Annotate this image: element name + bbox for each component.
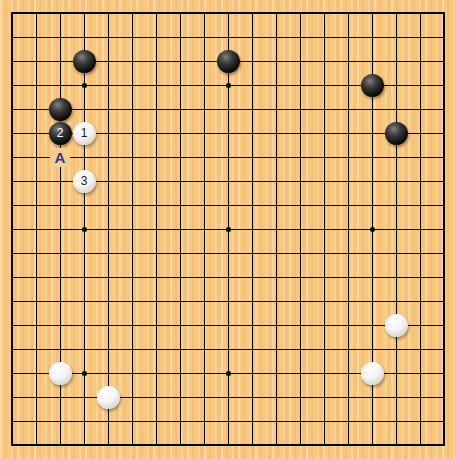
grid-line-horizontal: [11, 277, 445, 278]
grid-line-vertical: [396, 12, 397, 446]
go-board[interactable]: 213A: [0, 0, 456, 459]
grid-line-vertical: [300, 12, 301, 446]
star-point: [370, 227, 375, 232]
grid-line-vertical: [420, 12, 421, 446]
white-stone-R6[interactable]: [385, 314, 408, 337]
white-stone-E3[interactable]: [97, 386, 120, 409]
grid-line-horizontal: [11, 325, 445, 326]
star-point: [226, 83, 231, 88]
move-number: 3: [81, 175, 88, 187]
move-number: 1: [81, 127, 88, 139]
move-number: 2: [57, 127, 64, 139]
point-label-A: A: [50, 148, 70, 167]
star-point: [82, 371, 87, 376]
star-point: [226, 371, 231, 376]
grid-line-horizontal: [11, 301, 445, 302]
grid-line-vertical: [252, 12, 253, 446]
black-stone-D17[interactable]: [73, 50, 96, 73]
grid-line-horizontal: [11, 397, 445, 398]
white-stone-D14[interactable]: 1: [73, 122, 96, 145]
grid-line-vertical: [443, 12, 445, 446]
star-point: [82, 83, 87, 88]
black-stone-K17[interactable]: [217, 50, 240, 73]
black-stone-Q16[interactable]: [361, 74, 384, 97]
star-point: [82, 227, 87, 232]
grid-line-vertical: [348, 12, 349, 446]
black-stone-C15[interactable]: [49, 98, 72, 121]
white-stone-C4[interactable]: [49, 362, 72, 385]
star-point: [226, 227, 231, 232]
grid-line-horizontal: [11, 421, 445, 422]
black-stone-R14[interactable]: [385, 122, 408, 145]
grid-line-horizontal: [11, 253, 445, 254]
grid-line-vertical: [324, 12, 325, 446]
grid-line-horizontal: [11, 444, 445, 446]
white-stone-D12[interactable]: 3: [73, 170, 96, 193]
black-stone-C14[interactable]: 2: [49, 122, 72, 145]
grid-line-vertical: [276, 12, 277, 446]
grid-line-horizontal: [11, 349, 445, 350]
white-stone-Q4[interactable]: [361, 362, 384, 385]
